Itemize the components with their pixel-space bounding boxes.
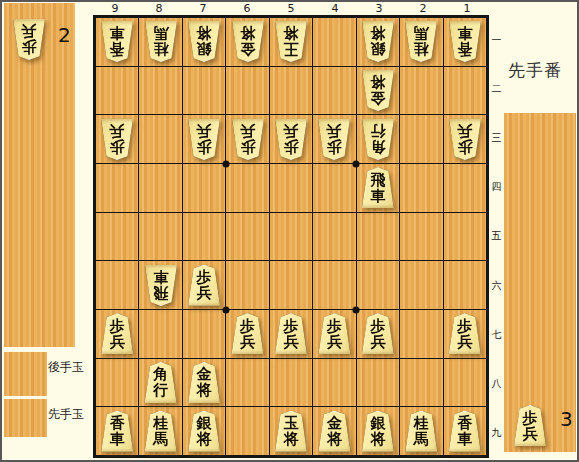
- board-cell[interactable]: 歩兵: [96, 310, 138, 358]
- shogi-piece[interactable]: 銀将: [361, 411, 395, 452]
- shogi-piece[interactable]: 角行: [144, 362, 178, 403]
- board-cell[interactable]: 金将: [313, 407, 355, 455]
- shogi-piece[interactable]: 歩兵: [513, 405, 547, 446]
- board-cell[interactable]: 歩兵: [226, 115, 268, 163]
- board-cell[interactable]: [270, 213, 312, 261]
- gote-piece-stand: 歩兵 2: [4, 3, 75, 347]
- board-cell[interactable]: 歩兵: [183, 115, 225, 163]
- board-cell[interactable]: [400, 359, 442, 407]
- board-cell[interactable]: [270, 67, 312, 115]
- board-cell[interactable]: [444, 213, 486, 261]
- rank-label: 七: [489, 310, 504, 359]
- sente-hand-pawn[interactable]: 歩兵: [513, 405, 547, 446]
- board-cell[interactable]: [270, 164, 312, 212]
- hoshi-dot: [223, 161, 230, 168]
- rank-label: 一: [489, 15, 504, 64]
- board-cell[interactable]: 歩兵: [96, 115, 138, 163]
- board-cell[interactable]: [226, 67, 268, 115]
- board-cell[interactable]: 銀将: [183, 18, 225, 66]
- board-cell[interactable]: [313, 261, 355, 309]
- shogi-piece[interactable]: 桂馬: [144, 21, 178, 62]
- shogi-piece[interactable]: 桂馬: [404, 411, 438, 452]
- file-label: 6: [225, 2, 269, 15]
- board-cell[interactable]: [444, 164, 486, 212]
- shogi-piece[interactable]: 歩兵: [100, 313, 134, 354]
- hoshi-dot: [353, 161, 360, 168]
- board-cell[interactable]: 飛車: [357, 164, 399, 212]
- board-cell[interactable]: [313, 67, 355, 115]
- file-label: 7: [181, 2, 225, 15]
- board-cell[interactable]: 桂馬: [139, 18, 181, 66]
- shogi-piece[interactable]: 桂馬: [144, 411, 178, 452]
- file-label: 5: [269, 2, 313, 15]
- board-cell[interactable]: 歩兵: [183, 261, 225, 309]
- board-cell[interactable]: 香車: [444, 407, 486, 455]
- shogi-piece[interactable]: 王将: [274, 21, 308, 62]
- board-cell[interactable]: 飛車: [139, 261, 181, 309]
- board-cell[interactable]: [357, 359, 399, 407]
- gote-hand-pawn-count: 2: [58, 23, 71, 47]
- file-label: 3: [357, 2, 401, 15]
- board-cell[interactable]: 銀将: [357, 18, 399, 66]
- board-cell[interactable]: [183, 164, 225, 212]
- board-cell[interactable]: [313, 359, 355, 407]
- file-label: 2: [401, 2, 445, 15]
- board-cell[interactable]: [270, 261, 312, 309]
- file-label: 1: [445, 2, 489, 15]
- shogi-piece[interactable]: 歩兵: [231, 119, 265, 160]
- board-cell[interactable]: [226, 261, 268, 309]
- board-cell[interactable]: 歩兵: [226, 310, 268, 358]
- shogi-piece[interactable]: 銀将: [361, 21, 395, 62]
- board-cell[interactable]: 王将: [270, 18, 312, 66]
- board-cell[interactable]: [226, 213, 268, 261]
- board-cell[interactable]: [96, 359, 138, 407]
- hoshi-dot: [223, 307, 230, 314]
- board-cell[interactable]: [400, 261, 442, 309]
- gote-king-label: 後手玉: [48, 360, 84, 374]
- shogi-piece[interactable]: 歩兵: [187, 119, 221, 160]
- shogi-piece[interactable]: 歩兵: [187, 265, 221, 306]
- rank-label: 二: [489, 64, 504, 113]
- shogi-piece[interactable]: 歩兵: [231, 313, 265, 354]
- board-grid: 香車桂馬銀将金将王将銀将桂馬香車金将歩兵歩兵歩兵歩兵歩兵角行歩兵飛車飛車歩兵歩兵…: [96, 18, 486, 455]
- board-cell[interactable]: [400, 164, 442, 212]
- shogi-piece[interactable]: 銀将: [187, 21, 221, 62]
- board-cell[interactable]: [400, 310, 442, 358]
- board-cell[interactable]: 角行: [139, 359, 181, 407]
- sente-king-wood-block: [4, 399, 47, 437]
- shogi-piece[interactable]: 桂馬: [404, 21, 438, 62]
- board-cell[interactable]: [400, 115, 442, 163]
- board-cell[interactable]: 桂馬: [139, 407, 181, 455]
- board-cell[interactable]: 歩兵: [444, 115, 486, 163]
- file-labels: 987654321: [93, 2, 489, 15]
- board-cell[interactable]: [313, 18, 355, 66]
- board-cell[interactable]: [444, 261, 486, 309]
- shogi-piece[interactable]: 歩兵: [100, 119, 134, 160]
- board-cell[interactable]: 香車: [444, 18, 486, 66]
- board-cell[interactable]: 桂馬: [400, 407, 442, 455]
- board-cell[interactable]: [357, 213, 399, 261]
- board-cell[interactable]: 銀将: [183, 407, 225, 455]
- board-cell[interactable]: [96, 213, 138, 261]
- shogi-piece[interactable]: 飛車: [361, 167, 395, 208]
- board-cell[interactable]: [139, 213, 181, 261]
- board-cell[interactable]: [226, 164, 268, 212]
- gote-king-wood-block: [4, 352, 47, 396]
- board-cell[interactable]: [357, 261, 399, 309]
- board-cell[interactable]: 金将: [183, 359, 225, 407]
- shogi-piece[interactable]: 飛車: [144, 265, 178, 306]
- board-cell[interactable]: [96, 261, 138, 309]
- sente-hand-pawn-count: 3: [560, 407, 573, 431]
- board-cell[interactable]: 玉将: [270, 407, 312, 455]
- rank-label: 九: [489, 409, 504, 458]
- board-cell[interactable]: [400, 213, 442, 261]
- rank-label: 八: [489, 360, 504, 409]
- board-cell[interactable]: [226, 407, 268, 455]
- shogi-piece[interactable]: 歩兵: [274, 119, 308, 160]
- gote-hand-pawn[interactable]: 歩兵: [12, 19, 46, 60]
- file-label: 4: [313, 2, 357, 15]
- board-cell[interactable]: [139, 164, 181, 212]
- rank-labels: 一二三四五六七八九: [489, 15, 504, 458]
- rank-label: 五: [489, 212, 504, 261]
- shogi-piece[interactable]: 歩兵: [361, 313, 395, 354]
- board-cell[interactable]: 歩兵: [444, 310, 486, 358]
- shogi-piece[interactable]: 角行: [361, 119, 395, 160]
- shogi-piece[interactable]: 銀将: [187, 411, 221, 452]
- file-label: 8: [137, 2, 181, 15]
- shogi-piece[interactable]: 歩兵: [317, 119, 351, 160]
- board-cell[interactable]: 桂馬: [400, 18, 442, 66]
- board-cell[interactable]: [313, 164, 355, 212]
- board-cell[interactable]: [183, 67, 225, 115]
- board-cell[interactable]: [139, 115, 181, 163]
- board-cell[interactable]: 歩兵: [313, 115, 355, 163]
- shogi-piece[interactable]: 香車: [100, 21, 134, 62]
- board-cell[interactable]: 歩兵: [270, 310, 312, 358]
- board-cell[interactable]: [226, 359, 268, 407]
- shogi-piece[interactable]: 香車: [100, 411, 134, 452]
- rank-label: 三: [489, 113, 504, 162]
- shogi-board: 香車桂馬銀将金将王将銀将桂馬香車金将歩兵歩兵歩兵歩兵歩兵角行歩兵飛車飛車歩兵歩兵…: [93, 15, 489, 458]
- board-cell[interactable]: [96, 164, 138, 212]
- shogi-piece[interactable]: 歩兵: [12, 19, 46, 60]
- board-cell[interactable]: [183, 310, 225, 358]
- board-cell[interactable]: 銀将: [357, 407, 399, 455]
- sente-king-label: 先手玉: [48, 407, 84, 421]
- board-cell[interactable]: 金将: [226, 18, 268, 66]
- board-cell[interactable]: 歩兵: [270, 115, 312, 163]
- shogi-app-window: 歩兵 2 後手玉 先手玉 987654321 香車桂馬銀将金将王将銀将桂馬香車金…: [0, 0, 579, 462]
- board-cell[interactable]: [96, 67, 138, 115]
- file-label: 9: [93, 2, 137, 15]
- shogi-piece[interactable]: 金将: [361, 70, 395, 111]
- rank-label: 六: [489, 261, 504, 310]
- shogi-piece[interactable]: 歩兵: [317, 313, 351, 354]
- shogi-piece[interactable]: 歩兵: [448, 119, 482, 160]
- shogi-piece[interactable]: 金将: [187, 362, 221, 403]
- board-cell[interactable]: 香車: [96, 18, 138, 66]
- board-cell[interactable]: 歩兵: [357, 310, 399, 358]
- rank-label: 四: [489, 163, 504, 212]
- board-cell[interactable]: 金将: [357, 67, 399, 115]
- board-cell[interactable]: 歩兵: [313, 310, 355, 358]
- shogi-piece[interactable]: 歩兵: [274, 313, 308, 354]
- shogi-piece[interactable]: 玉将: [274, 411, 308, 452]
- shogi-piece[interactable]: 香車: [448, 21, 482, 62]
- shogi-piece[interactable]: 金将: [231, 21, 265, 62]
- board-cell[interactable]: [444, 359, 486, 407]
- hoshi-dot: [353, 307, 360, 314]
- board-cell[interactable]: [444, 67, 486, 115]
- board-cell[interactable]: 香車: [96, 407, 138, 455]
- turn-indicator: 先手番: [508, 59, 578, 82]
- board-cell[interactable]: [270, 359, 312, 407]
- board-cell[interactable]: [183, 213, 225, 261]
- shogi-piece[interactable]: 金将: [317, 411, 351, 452]
- board-cell[interactable]: [313, 213, 355, 261]
- shogi-piece[interactable]: 歩兵: [448, 313, 482, 354]
- shogi-piece[interactable]: 香車: [448, 411, 482, 452]
- board-cell[interactable]: [139, 67, 181, 115]
- board-cell[interactable]: 角行: [357, 115, 399, 163]
- board-cell[interactable]: [400, 67, 442, 115]
- board-cell[interactable]: [139, 310, 181, 358]
- sente-piece-stand: 歩兵 3: [504, 113, 576, 452]
